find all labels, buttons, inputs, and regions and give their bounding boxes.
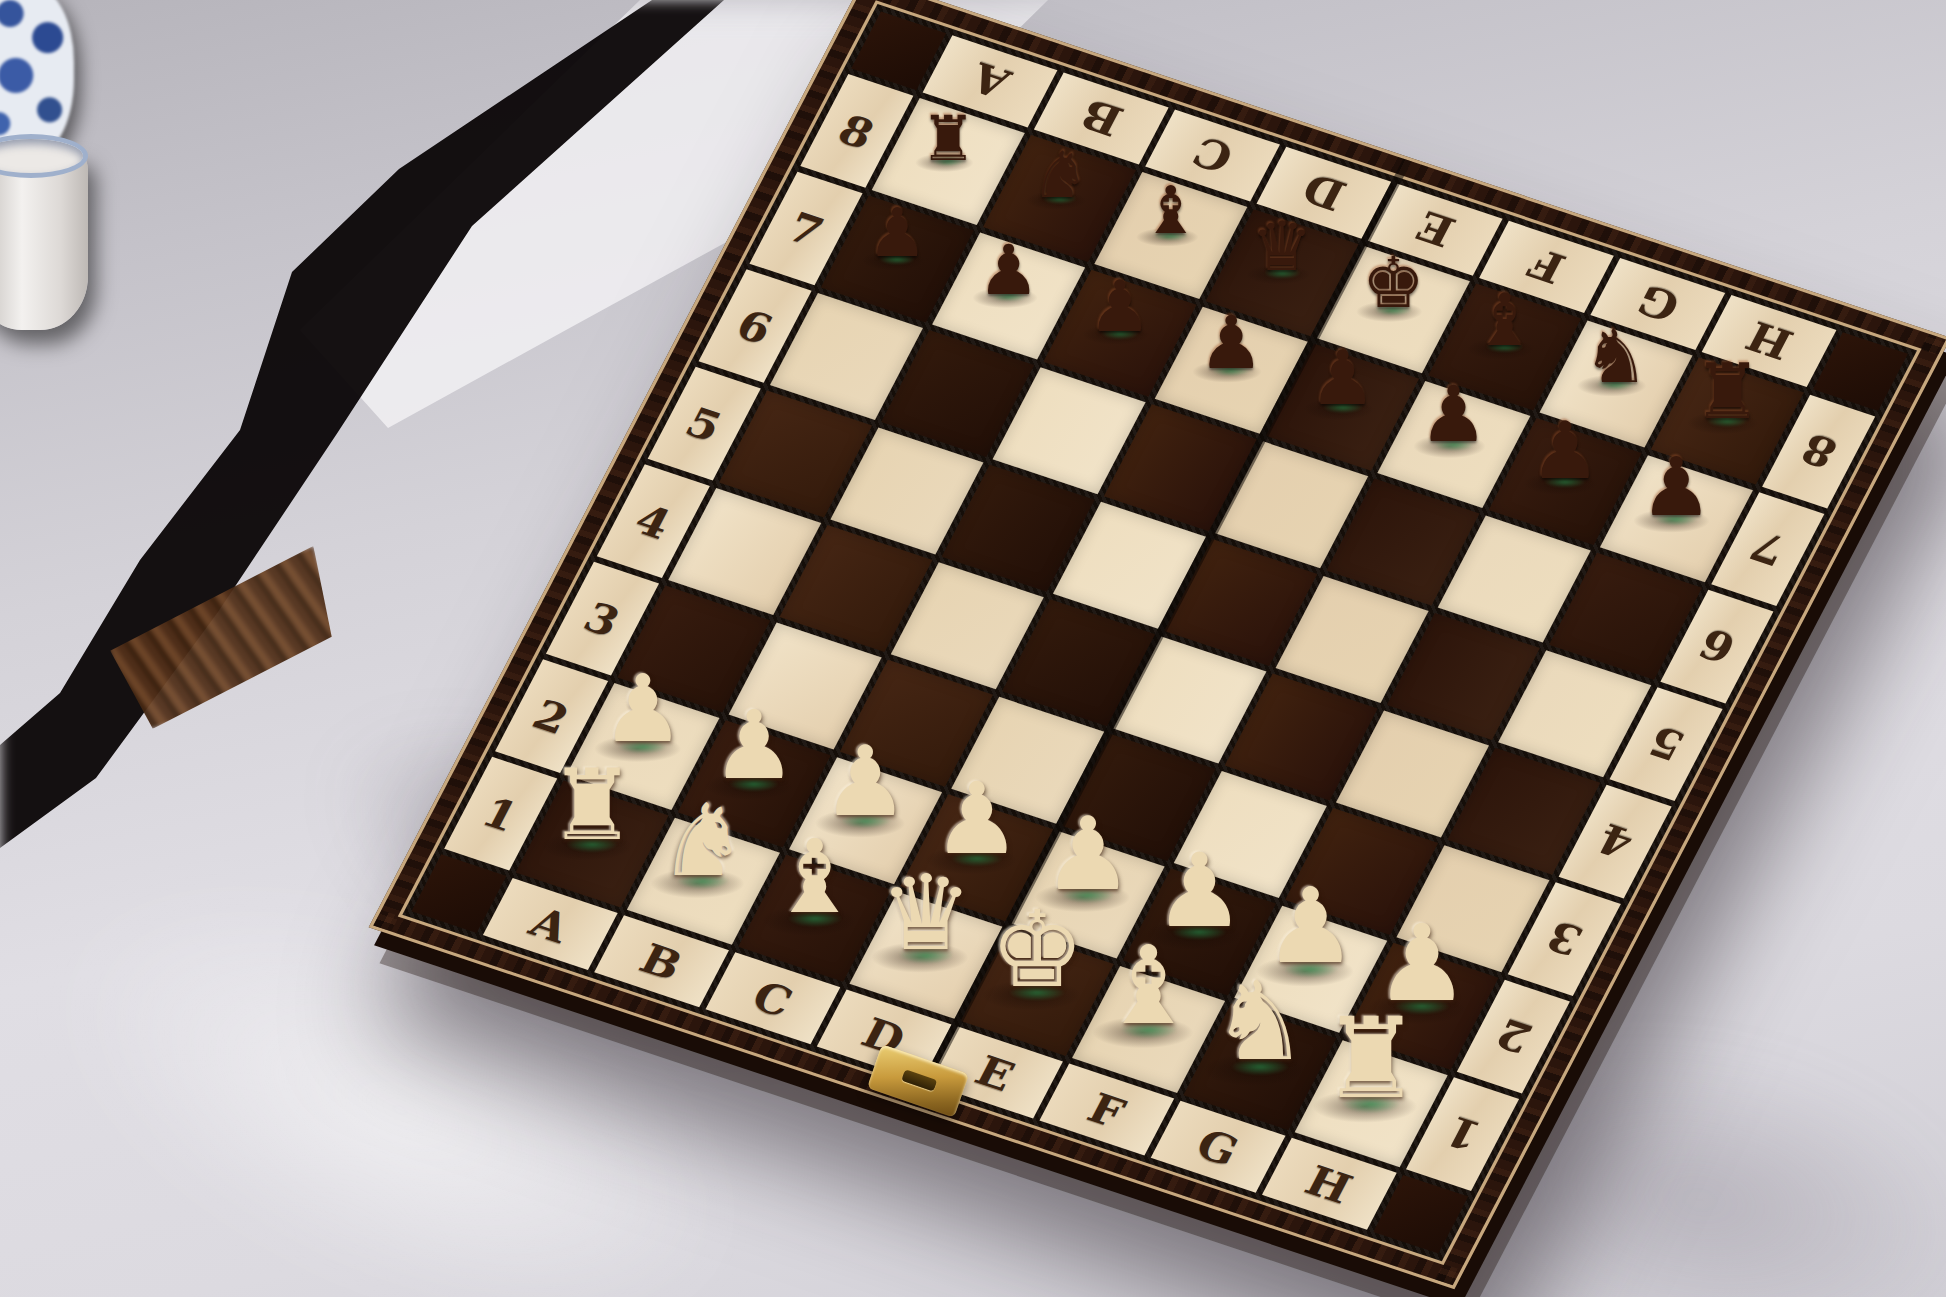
pawn-glyph: ♟	[1640, 450, 1713, 525]
bishop-glyph: ♝	[1472, 287, 1537, 353]
pawn-glyph: ♟	[978, 239, 1040, 302]
rook-glyph: ♜	[1693, 357, 1761, 427]
queen-glyph: ♛	[1252, 216, 1313, 279]
pawn-glyph: ♟	[1043, 808, 1134, 901]
bishop-glyph: ♝	[769, 830, 860, 924]
bishop-glyph: ♝	[1141, 181, 1200, 242]
pawn-glyph: ♟	[867, 203, 927, 265]
pawn-glyph: ♟	[712, 702, 797, 789]
bishop-glyph: ♝	[1100, 936, 1197, 1035]
scene: ABCDEFGH8877665544332211ABCDEFGH ♜♞♝♛♚♝♞…	[0, 0, 1946, 1297]
pawn-glyph: ♟	[822, 737, 909, 826]
king-glyph: ♚	[1362, 251, 1425, 315]
queen-glyph: ♛	[879, 866, 972, 962]
knight-glyph: ♞	[659, 795, 749, 887]
rook-glyph: ♜	[920, 110, 976, 167]
pawn-glyph: ♟	[1088, 274, 1152, 339]
pawn-glyph: ♟	[932, 773, 1021, 864]
white-cup	[0, 134, 88, 330]
latch-slot	[901, 1069, 937, 1091]
knight-glyph: ♞	[1211, 972, 1309, 1072]
pawn-glyph: ♟	[1198, 309, 1263, 376]
rook-glyph: ♜	[1321, 1008, 1421, 1110]
pawn-glyph: ♟	[1530, 415, 1601, 488]
knight-glyph: ♞	[1031, 146, 1088, 205]
knight-glyph: ♞	[1583, 322, 1649, 390]
rook-glyph: ♜	[548, 760, 636, 850]
pawn-glyph: ♟	[601, 667, 684, 753]
pawn-glyph: ♟	[1309, 344, 1376, 413]
pawn-glyph: ♟	[1419, 380, 1488, 451]
king-glyph: ♚	[990, 901, 1085, 999]
